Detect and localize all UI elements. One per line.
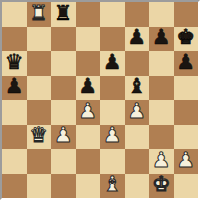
piece-black-king[interactable]: ♚: [176, 27, 195, 48]
piece-white-pawn[interactable]: ♟: [176, 150, 195, 171]
piece-black-bishop[interactable]: ♝: [127, 76, 146, 97]
square-e1[interactable]: ♝: [100, 174, 125, 199]
square-h1[interactable]: [174, 174, 199, 199]
square-d6[interactable]: [76, 51, 101, 76]
square-b7[interactable]: [27, 27, 52, 52]
piece-black-pawn[interactable]: ♟: [78, 76, 97, 97]
square-d1[interactable]: [76, 174, 101, 199]
square-g6[interactable]: [149, 51, 174, 76]
square-d7[interactable]: [76, 27, 101, 52]
square-a1[interactable]: [2, 174, 27, 199]
piece-black-pawn[interactable]: ♟: [152, 27, 171, 48]
piece-white-pawn[interactable]: ♟: [152, 150, 171, 171]
square-a7[interactable]: [2, 27, 27, 52]
piece-white-bishop[interactable]: ♝: [103, 174, 122, 195]
square-c2[interactable]: [51, 149, 76, 174]
square-g1[interactable]: ♚: [149, 174, 174, 199]
square-h3[interactable]: [174, 125, 199, 150]
square-a8[interactable]: [2, 2, 27, 27]
square-h8[interactable]: [174, 2, 199, 27]
chess-board-frame: ♜♜♟♟♚♛♟♟♟♟♝♟♟♛♟♟♟♟♝♚: [0, 0, 200, 200]
square-d5[interactable]: ♟: [76, 76, 101, 101]
square-b8[interactable]: ♜: [27, 2, 52, 27]
piece-black-pawn[interactable]: ♟: [5, 76, 24, 97]
square-a3[interactable]: [2, 125, 27, 150]
square-f8[interactable]: [125, 2, 150, 27]
square-d2[interactable]: [76, 149, 101, 174]
square-f5[interactable]: ♝: [125, 76, 150, 101]
square-g5[interactable]: [149, 76, 174, 101]
square-g4[interactable]: [149, 100, 174, 125]
square-g3[interactable]: [149, 125, 174, 150]
square-b6[interactable]: [27, 51, 52, 76]
piece-white-queen[interactable]: ♛: [29, 125, 48, 146]
piece-black-rook[interactable]: ♜: [54, 3, 73, 24]
square-d4[interactable]: ♟: [76, 100, 101, 125]
square-g2[interactable]: ♟: [149, 149, 174, 174]
square-h4[interactable]: [174, 100, 199, 125]
piece-white-pawn[interactable]: ♟: [54, 125, 73, 146]
square-c4[interactable]: [51, 100, 76, 125]
square-c3[interactable]: ♟: [51, 125, 76, 150]
square-f2[interactable]: [125, 149, 150, 174]
square-c6[interactable]: [51, 51, 76, 76]
square-e3[interactable]: ♟: [100, 125, 125, 150]
square-f7[interactable]: ♟: [125, 27, 150, 52]
piece-white-rook[interactable]: ♜: [29, 3, 48, 24]
square-a5[interactable]: ♟: [2, 76, 27, 101]
square-a4[interactable]: [2, 100, 27, 125]
square-f1[interactable]: [125, 174, 150, 199]
square-e4[interactable]: [100, 100, 125, 125]
square-c8[interactable]: ♜: [51, 2, 76, 27]
square-a2[interactable]: [2, 149, 27, 174]
piece-white-pawn[interactable]: ♟: [78, 101, 97, 122]
square-e8[interactable]: [100, 2, 125, 27]
square-a6[interactable]: ♛: [2, 51, 27, 76]
piece-white-king[interactable]: ♚: [152, 174, 171, 195]
square-b4[interactable]: [27, 100, 52, 125]
square-h6[interactable]: ♟: [174, 51, 199, 76]
piece-white-pawn[interactable]: ♟: [103, 125, 122, 146]
square-b5[interactable]: [27, 76, 52, 101]
piece-black-pawn[interactable]: ♟: [103, 52, 122, 73]
square-g8[interactable]: [149, 2, 174, 27]
square-e5[interactable]: [100, 76, 125, 101]
square-f3[interactable]: [125, 125, 150, 150]
square-c5[interactable]: [51, 76, 76, 101]
square-e7[interactable]: [100, 27, 125, 52]
square-h7[interactable]: ♚: [174, 27, 199, 52]
square-d8[interactable]: [76, 2, 101, 27]
square-c1[interactable]: [51, 174, 76, 199]
square-d3[interactable]: [76, 125, 101, 150]
square-h5[interactable]: [174, 76, 199, 101]
square-f6[interactable]: [125, 51, 150, 76]
square-b2[interactable]: [27, 149, 52, 174]
square-f4[interactable]: ♟: [125, 100, 150, 125]
square-b3[interactable]: ♛: [27, 125, 52, 150]
square-b1[interactable]: [27, 174, 52, 199]
square-h2[interactable]: ♟: [174, 149, 199, 174]
piece-white-pawn[interactable]: ♟: [127, 101, 146, 122]
square-c7[interactable]: [51, 27, 76, 52]
square-g7[interactable]: ♟: [149, 27, 174, 52]
piece-black-pawn[interactable]: ♟: [127, 27, 146, 48]
piece-black-pawn[interactable]: ♟: [176, 52, 195, 73]
chess-board: ♜♜♟♟♚♛♟♟♟♟♝♟♟♛♟♟♟♟♝♚: [2, 2, 198, 198]
piece-black-queen[interactable]: ♛: [5, 52, 24, 73]
square-e6[interactable]: ♟: [100, 51, 125, 76]
square-e2[interactable]: [100, 149, 125, 174]
